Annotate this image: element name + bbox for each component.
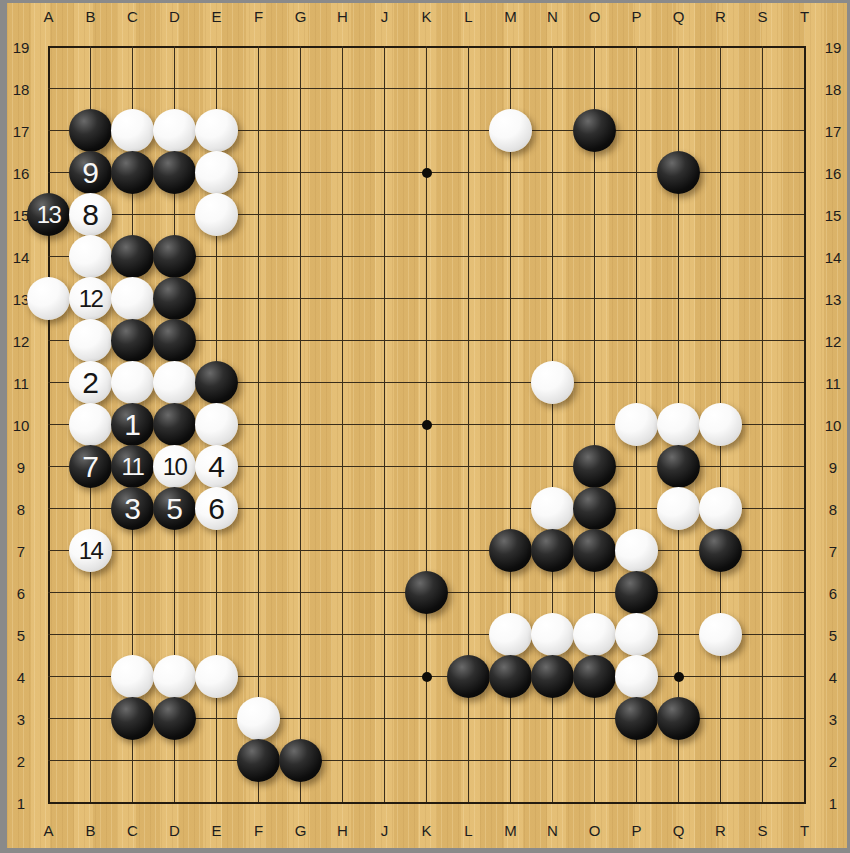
star-point-K16	[422, 168, 432, 178]
col-label-top-T: T	[800, 8, 809, 25]
row-label-right-7: 7	[829, 542, 837, 559]
col-label-top-S: S	[757, 8, 767, 25]
black-stone-Q9[interactable]	[657, 445, 700, 488]
white-stone-R5[interactable]	[699, 613, 742, 656]
black-stone-C10[interactable]: 1	[111, 403, 154, 446]
grid-line-horizontal-1	[48, 802, 806, 804]
white-stone-Q10[interactable]	[657, 403, 700, 446]
black-stone-C8[interactable]: 3	[111, 487, 154, 530]
black-stone-O4[interactable]	[573, 655, 616, 698]
col-label-bottom-C: C	[127, 822, 138, 839]
goban[interactable]: AABBCCDDEEFFGGHHJJKKLLMMNNOOPPQQRRSSTT19…	[7, 3, 847, 848]
row-label-right-4: 4	[829, 668, 837, 685]
white-stone-E17[interactable]	[195, 109, 238, 152]
white-stone-D4[interactable]	[153, 655, 196, 698]
white-stone-P5[interactable]	[615, 613, 658, 656]
col-label-bottom-A: A	[43, 822, 53, 839]
col-label-bottom-H: H	[337, 822, 348, 839]
row-label-right-11: 11	[825, 374, 841, 391]
white-stone-F3[interactable]	[237, 697, 280, 740]
col-label-bottom-S: S	[757, 822, 767, 839]
col-label-top-M: M	[504, 8, 517, 25]
black-stone-D12[interactable]	[153, 319, 196, 362]
go-diagram: AABBCCDDEEFFGGHHJJKKLLMMNNOOPPQQRRSSTT19…	[0, 0, 850, 853]
white-stone-E15[interactable]	[195, 193, 238, 236]
move-number-1: 1	[124, 410, 141, 440]
black-stone-K6[interactable]	[405, 571, 448, 614]
black-stone-F2[interactable]	[237, 739, 280, 782]
row-label-right-6: 6	[829, 584, 837, 601]
col-label-bottom-T: T	[800, 822, 809, 839]
white-stone-B11[interactable]: 2	[69, 361, 112, 404]
move-number-12: 12	[79, 287, 103, 311]
black-stone-E11[interactable]	[195, 361, 238, 404]
move-number-13: 13	[37, 203, 61, 227]
white-stone-C17[interactable]	[111, 109, 154, 152]
col-label-bottom-F: F	[254, 822, 263, 839]
white-stone-C4[interactable]	[111, 655, 154, 698]
row-label-right-1: 1	[829, 794, 837, 811]
black-stone-C12[interactable]	[111, 319, 154, 362]
col-label-bottom-N: N	[547, 822, 558, 839]
black-stone-D10[interactable]	[153, 403, 196, 446]
white-stone-D17[interactable]	[153, 109, 196, 152]
row-label-right-17: 17	[825, 122, 842, 139]
white-stone-P7[interactable]	[615, 529, 658, 572]
black-stone-C16[interactable]	[111, 151, 154, 194]
white-stone-A13[interactable]	[27, 277, 70, 320]
star-point-Q4	[674, 672, 684, 682]
grid-line-vertical-S	[762, 46, 763, 804]
col-label-top-Q: Q	[673, 8, 685, 25]
col-label-bottom-M: M	[504, 822, 517, 839]
row-label-left-2: 2	[17, 752, 25, 769]
row-label-left-19: 19	[13, 38, 30, 55]
white-stone-M5[interactable]	[489, 613, 532, 656]
row-label-left-5: 5	[17, 626, 25, 643]
black-stone-C9[interactable]: 11	[111, 445, 154, 488]
row-label-right-9: 9	[829, 458, 837, 475]
col-label-bottom-P: P	[631, 822, 641, 839]
col-label-bottom-B: B	[85, 822, 95, 839]
col-label-bottom-G: G	[295, 822, 307, 839]
star-point-K4	[422, 672, 432, 682]
white-stone-E9[interactable]: 4	[195, 445, 238, 488]
white-stone-O5[interactable]	[573, 613, 616, 656]
row-label-right-3: 3	[829, 710, 837, 727]
row-label-left-14: 14	[13, 248, 30, 265]
black-stone-B16[interactable]: 9	[69, 151, 112, 194]
white-stone-B15[interactable]: 8	[69, 193, 112, 236]
black-stone-D14[interactable]	[153, 235, 196, 278]
move-number-7: 7	[82, 452, 99, 482]
black-stone-M7[interactable]	[489, 529, 532, 572]
row-label-right-15: 15	[825, 206, 842, 223]
row-label-left-4: 4	[17, 668, 25, 685]
black-stone-P6[interactable]	[615, 571, 658, 614]
white-stone-M17[interactable]	[489, 109, 532, 152]
col-label-top-O: O	[589, 8, 601, 25]
row-label-left-8: 8	[17, 500, 25, 517]
row-label-left-18: 18	[13, 80, 30, 97]
row-label-left-10: 10	[13, 416, 30, 433]
white-stone-C13[interactable]	[111, 277, 154, 320]
col-label-top-K: K	[421, 8, 431, 25]
grid-line-horizontal-7	[48, 550, 806, 551]
black-stone-D16[interactable]	[153, 151, 196, 194]
move-number-6: 6	[208, 494, 225, 524]
col-label-top-A: A	[43, 8, 53, 25]
white-stone-E10[interactable]	[195, 403, 238, 446]
grid-line-vertical-T	[804, 46, 806, 804]
row-label-right-14: 14	[825, 248, 842, 265]
move-number-8: 8	[82, 200, 99, 230]
col-label-top-B: B	[85, 8, 95, 25]
col-label-bottom-E: E	[211, 822, 221, 839]
col-label-top-N: N	[547, 8, 558, 25]
black-stone-C14[interactable]	[111, 235, 154, 278]
row-label-left-1: 1	[17, 794, 25, 811]
white-stone-E16[interactable]	[195, 151, 238, 194]
row-label-right-5: 5	[829, 626, 837, 643]
black-stone-D8[interactable]: 5	[153, 487, 196, 530]
col-label-bottom-J: J	[381, 822, 389, 839]
black-stone-P3[interactable]	[615, 697, 658, 740]
move-number-11: 11	[122, 455, 144, 479]
row-label-left-7: 7	[17, 542, 25, 559]
black-stone-Q16[interactable]	[657, 151, 700, 194]
black-stone-A15[interactable]: 13	[27, 193, 70, 236]
move-number-9: 9	[82, 158, 99, 188]
col-label-bottom-Q: Q	[673, 822, 685, 839]
white-stone-B12[interactable]	[69, 319, 112, 362]
black-stone-R7[interactable]	[699, 529, 742, 572]
white-stone-N5[interactable]	[531, 613, 574, 656]
row-label-left-16: 16	[13, 164, 30, 181]
move-number-2: 2	[82, 368, 99, 398]
col-label-top-G: G	[295, 8, 307, 25]
move-number-14: 14	[79, 539, 103, 563]
row-label-left-6: 6	[17, 584, 25, 601]
white-stone-E4[interactable]	[195, 655, 238, 698]
white-stone-B14[interactable]	[69, 235, 112, 278]
white-stone-B13[interactable]: 12	[69, 277, 112, 320]
col-label-top-J: J	[381, 8, 389, 25]
black-stone-Q3[interactable]	[657, 697, 700, 740]
row-label-left-17: 17	[13, 122, 30, 139]
col-label-bottom-L: L	[464, 822, 472, 839]
col-label-bottom-O: O	[589, 822, 601, 839]
row-label-right-16: 16	[825, 164, 842, 181]
row-label-left-11: 11	[13, 374, 29, 391]
col-label-bottom-D: D	[169, 822, 180, 839]
star-point-K10	[422, 420, 432, 430]
white-stone-B7[interactable]: 14	[69, 529, 112, 572]
row-label-right-10: 10	[825, 416, 842, 433]
white-stone-C11[interactable]	[111, 361, 154, 404]
black-stone-N4[interactable]	[531, 655, 574, 698]
white-stone-D11[interactable]	[153, 361, 196, 404]
white-stone-R8[interactable]	[699, 487, 742, 530]
white-stone-E8[interactable]: 6	[195, 487, 238, 530]
white-stone-P10[interactable]	[615, 403, 658, 446]
black-stone-B17[interactable]	[69, 109, 112, 152]
col-label-top-D: D	[169, 8, 180, 25]
col-label-top-P: P	[631, 8, 641, 25]
move-number-3: 3	[124, 494, 141, 524]
row-label-left-3: 3	[17, 710, 25, 727]
black-stone-O17[interactable]	[573, 109, 616, 152]
black-stone-O9[interactable]	[573, 445, 616, 488]
white-stone-N11[interactable]	[531, 361, 574, 404]
black-stone-O7[interactable]	[573, 529, 616, 572]
row-label-left-9: 9	[17, 458, 25, 475]
row-label-right-2: 2	[829, 752, 837, 769]
black-stone-D13[interactable]	[153, 277, 196, 320]
row-label-right-12: 12	[825, 332, 842, 349]
black-stone-B9[interactable]: 7	[69, 445, 112, 488]
white-stone-R10[interactable]	[699, 403, 742, 446]
black-stone-O8[interactable]	[573, 487, 616, 530]
white-stone-Q8[interactable]	[657, 487, 700, 530]
black-stone-G2[interactable]	[279, 739, 322, 782]
row-label-right-13: 13	[825, 290, 842, 307]
col-label-bottom-R: R	[715, 822, 726, 839]
black-stone-N7[interactable]	[531, 529, 574, 572]
row-label-right-8: 8	[829, 500, 837, 517]
white-stone-B10[interactable]	[69, 403, 112, 446]
black-stone-C3[interactable]	[111, 697, 154, 740]
col-label-top-F: F	[254, 8, 263, 25]
move-number-5: 5	[166, 494, 183, 524]
white-stone-N8[interactable]	[531, 487, 574, 530]
move-number-10: 10	[163, 455, 187, 479]
col-label-bottom-K: K	[421, 822, 431, 839]
black-stone-D3[interactable]	[153, 697, 196, 740]
col-label-top-R: R	[715, 8, 726, 25]
col-label-top-L: L	[464, 8, 472, 25]
col-label-top-C: C	[127, 8, 138, 25]
row-label-left-12: 12	[13, 332, 30, 349]
grid-line-horizontal-2	[48, 760, 806, 761]
white-stone-D9[interactable]: 10	[153, 445, 196, 488]
col-label-top-E: E	[211, 8, 221, 25]
black-stone-M4[interactable]	[489, 655, 532, 698]
move-number-4: 4	[208, 452, 225, 482]
col-label-top-H: H	[337, 8, 348, 25]
row-label-right-19: 19	[825, 38, 842, 55]
row-label-right-18: 18	[825, 80, 842, 97]
grid-line-horizontal-5	[48, 634, 806, 635]
white-stone-P4[interactable]	[615, 655, 658, 698]
black-stone-L4[interactable]	[447, 655, 490, 698]
